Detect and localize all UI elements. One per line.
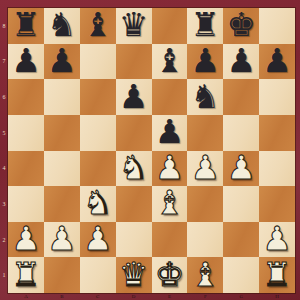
square-d7[interactable] [116, 44, 152, 80]
black-pawn-g7: ♟ [226, 44, 256, 77]
file-label-f: F [187, 293, 223, 300]
square-b3[interactable] [44, 186, 80, 222]
square-d3[interactable] [116, 186, 152, 222]
square-h6[interactable] [259, 79, 295, 115]
rank-label-7: 7 [0, 44, 8, 80]
chess-board-frame: ♜♞♝♛♜♚♟♟♝♟♟♟♟♞♟♞♟♟♟♞♝♟♟♟♟♜♛♚♝♜ 87654321A… [0, 0, 300, 300]
white-pawn-a2: ♟ [11, 222, 41, 255]
square-c6[interactable] [80, 79, 116, 115]
square-c7[interactable] [80, 44, 116, 80]
square-f4[interactable]: ♟ [187, 151, 223, 187]
white-bishop-e3: ♝ [155, 186, 185, 219]
black-bishop-c8: ♝ [83, 8, 113, 41]
square-d4[interactable]: ♞ [116, 151, 152, 187]
white-knight-c3: ♞ [83, 186, 113, 219]
square-b8[interactable]: ♞ [44, 8, 80, 44]
black-pawn-a7: ♟ [11, 44, 41, 77]
file-label-h: H [259, 293, 295, 300]
square-e4[interactable]: ♟ [152, 151, 188, 187]
file-label-a: A [8, 293, 44, 300]
file-label-d: D [116, 293, 152, 300]
square-e2[interactable] [152, 222, 188, 258]
square-h1[interactable]: ♜ [259, 257, 295, 293]
square-f3[interactable] [187, 186, 223, 222]
square-b6[interactable] [44, 79, 80, 115]
black-pawn-f7: ♟ [191, 44, 221, 77]
square-a5[interactable] [8, 115, 44, 151]
white-queen-d1: ♛ [119, 258, 149, 291]
square-g2[interactable] [223, 222, 259, 258]
rank-label-8: 8 [0, 8, 8, 44]
black-rook-f8: ♜ [191, 8, 221, 41]
square-c5[interactable] [80, 115, 116, 151]
square-a1[interactable]: ♜ [8, 257, 44, 293]
chess-board-grid: ♜♞♝♛♜♚♟♟♝♟♟♟♟♞♟♞♟♟♟♞♝♟♟♟♟♜♛♚♝♜ [8, 8, 295, 293]
square-e8[interactable] [152, 8, 188, 44]
square-f1[interactable]: ♝ [187, 257, 223, 293]
file-label-c: C [80, 293, 116, 300]
square-e7[interactable]: ♝ [152, 44, 188, 80]
square-d1[interactable]: ♛ [116, 257, 152, 293]
square-f6[interactable]: ♞ [187, 79, 223, 115]
rank-label-4: 4 [0, 151, 8, 187]
square-g3[interactable] [223, 186, 259, 222]
white-pawn-h2: ♟ [262, 222, 292, 255]
white-pawn-g4: ♟ [226, 151, 256, 184]
white-bishop-f1: ♝ [191, 258, 221, 291]
black-pawn-h7: ♟ [262, 44, 292, 77]
square-a2[interactable]: ♟ [8, 222, 44, 258]
square-e3[interactable]: ♝ [152, 186, 188, 222]
square-g5[interactable] [223, 115, 259, 151]
white-knight-d4: ♞ [119, 151, 149, 184]
square-f2[interactable] [187, 222, 223, 258]
rank-label-6: 6 [0, 79, 8, 115]
square-g4[interactable]: ♟ [223, 151, 259, 187]
black-bishop-e7: ♝ [155, 44, 185, 77]
rank-label-1: 1 [0, 257, 8, 293]
square-b5[interactable] [44, 115, 80, 151]
square-g1[interactable] [223, 257, 259, 293]
square-g8[interactable]: ♚ [223, 8, 259, 44]
white-king-e1: ♚ [155, 258, 185, 291]
square-b7[interactable]: ♟ [44, 44, 80, 80]
black-king-g8: ♚ [226, 8, 256, 41]
black-rook-a8: ♜ [11, 8, 41, 41]
rank-label-2: 2 [0, 222, 8, 258]
square-h5[interactable] [259, 115, 295, 151]
square-b4[interactable] [44, 151, 80, 187]
square-c8[interactable]: ♝ [80, 8, 116, 44]
white-rook-h1: ♜ [262, 258, 292, 291]
white-rook-a1: ♜ [11, 258, 41, 291]
square-h7[interactable]: ♟ [259, 44, 295, 80]
black-pawn-d6: ♟ [119, 80, 149, 113]
square-d2[interactable] [116, 222, 152, 258]
file-label-b: B [44, 293, 80, 300]
white-pawn-e4: ♟ [155, 151, 185, 184]
square-a3[interactable] [8, 186, 44, 222]
rank-label-3: 3 [0, 186, 8, 222]
square-a8[interactable]: ♜ [8, 8, 44, 44]
black-knight-f6: ♞ [191, 80, 221, 113]
square-b1[interactable] [44, 257, 80, 293]
square-f5[interactable] [187, 115, 223, 151]
white-pawn-f4: ♟ [191, 151, 221, 184]
white-pawn-b2: ♟ [47, 222, 77, 255]
square-a4[interactable] [8, 151, 44, 187]
square-h8[interactable] [259, 8, 295, 44]
square-d5[interactable] [116, 115, 152, 151]
rank-label-5: 5 [0, 115, 8, 151]
square-a7[interactable]: ♟ [8, 44, 44, 80]
square-f8[interactable]: ♜ [187, 8, 223, 44]
square-c1[interactable] [80, 257, 116, 293]
square-c3[interactable]: ♞ [80, 186, 116, 222]
square-c4[interactable] [80, 151, 116, 187]
square-h4[interactable] [259, 151, 295, 187]
square-e1[interactable]: ♚ [152, 257, 188, 293]
square-d6[interactable]: ♟ [116, 79, 152, 115]
black-knight-b8: ♞ [47, 8, 77, 41]
square-a6[interactable] [8, 79, 44, 115]
file-label-e: E [152, 293, 188, 300]
square-b2[interactable]: ♟ [44, 222, 80, 258]
black-pawn-b7: ♟ [47, 44, 77, 77]
file-label-g: G [223, 293, 259, 300]
square-d8[interactable]: ♛ [116, 8, 152, 44]
square-g6[interactable] [223, 79, 259, 115]
black-pawn-e5: ♟ [155, 115, 185, 148]
black-queen-d8: ♛ [119, 8, 149, 41]
square-h2[interactable]: ♟ [259, 222, 295, 258]
square-f7[interactable]: ♟ [187, 44, 223, 80]
square-h3[interactable] [259, 186, 295, 222]
square-c2[interactable]: ♟ [80, 222, 116, 258]
square-g7[interactable]: ♟ [223, 44, 259, 80]
white-pawn-c2: ♟ [83, 222, 113, 255]
square-e6[interactable] [152, 79, 188, 115]
square-e5[interactable]: ♟ [152, 115, 188, 151]
